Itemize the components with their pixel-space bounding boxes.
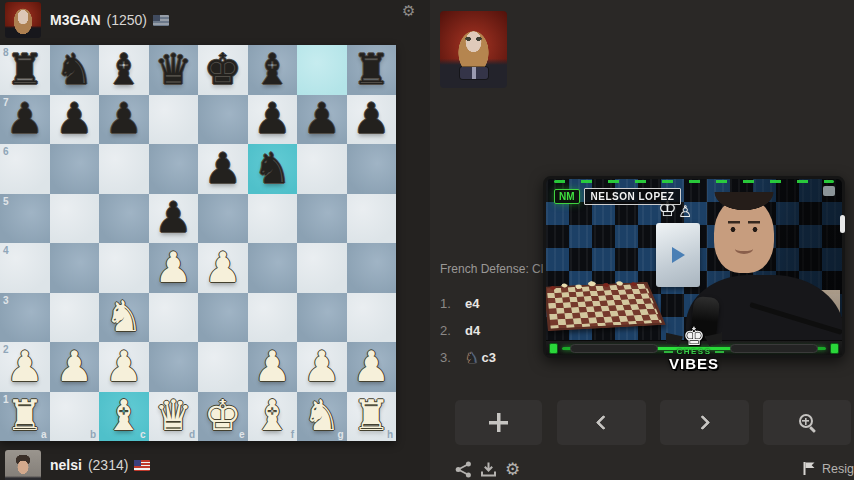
square-e5[interactable]	[198, 194, 248, 244]
logo-chess-piece-icon: ♚	[683, 324, 705, 349]
smile	[735, 244, 753, 254]
streamer-face	[714, 197, 774, 273]
square-g6[interactable]	[297, 144, 347, 194]
coordinate-file-label: g	[337, 429, 343, 440]
move-row-1[interactable]: 1. e4	[440, 290, 550, 317]
move-list: 1. e4 2. d4 3. ♞ c3	[440, 290, 550, 371]
piece-white-pawn[interactable]: ♟	[50, 342, 100, 392]
logo-text-vibes: VIBES	[649, 356, 739, 372]
plus-button[interactable]	[455, 400, 542, 445]
magnifier-plus-icon	[799, 414, 816, 431]
move-white[interactable]: c3	[481, 350, 495, 365]
square-h4[interactable]	[347, 243, 397, 293]
piece-black-pawn[interactable]: ♟	[347, 95, 397, 145]
square-e4[interactable]: ♟	[198, 243, 248, 293]
square-g2[interactable]: ♟	[297, 342, 347, 392]
logo-wing-right	[705, 331, 722, 346]
resign-label: Resign	[822, 462, 854, 476]
square-e8[interactable]: ♚	[198, 45, 248, 95]
square-g4[interactable]	[297, 243, 347, 293]
piece-white-pawn[interactable]: ♟	[347, 342, 397, 392]
piece-black-pawn[interactable]: ♟	[248, 95, 298, 145]
piece-black-pawn[interactable]: ♟	[198, 144, 248, 194]
square-b3[interactable]	[50, 293, 100, 343]
square-e3[interactable]	[198, 293, 248, 343]
square-f8[interactable]: ♝	[248, 45, 298, 95]
coordinate-rank-label: 5	[3, 196, 9, 207]
square-c2[interactable]: ♟	[99, 342, 149, 392]
square-g1[interactable]: ♞g	[297, 392, 347, 442]
player-bar: nelsi (2314)	[0, 448, 430, 480]
piece-black-pawn[interactable]: ♟	[149, 194, 199, 244]
opponent-flag-icon	[153, 15, 169, 26]
piece-black-bishop[interactable]: ♝	[99, 45, 149, 95]
square-d6[interactable]	[149, 144, 199, 194]
coordinate-rank-label: 8	[3, 47, 9, 58]
square-c1[interactable]: ♝c	[99, 392, 149, 442]
square-c6[interactable]	[99, 144, 149, 194]
square-c5[interactable]	[99, 194, 149, 244]
square-a4[interactable]: 4	[0, 243, 50, 293]
opponent-name[interactable]: M3GAN (1250)	[50, 12, 169, 28]
piece-white-pawn[interactable]: ♟	[297, 342, 347, 392]
piece-black-pawn[interactable]: ♟	[99, 95, 149, 145]
piece-white-bishop[interactable]: ♝	[248, 392, 298, 442]
download-button[interactable]	[480, 461, 497, 480]
player-username: nelsi	[50, 457, 82, 473]
chess-vibes-logo: ♚ CHESS VIBES	[649, 322, 739, 372]
streamer-webcam: NM NELSON LOPEZ ♚ CHESS VIBES	[543, 176, 845, 358]
square-e2[interactable]	[198, 342, 248, 392]
piece-black-queen[interactable]: ♛	[149, 45, 199, 95]
piece-white-pawn[interactable]: ♟	[248, 342, 298, 392]
square-a8[interactable]: ♜8	[0, 45, 50, 95]
back-button[interactable]	[557, 400, 646, 445]
zoom-button[interactable]	[763, 400, 851, 445]
square-e6[interactable]: ♟	[198, 144, 248, 194]
piece-white-knight[interactable]: ♞	[99, 293, 149, 343]
square-h6[interactable]	[347, 144, 397, 194]
move-number: 3.	[440, 350, 465, 365]
share-icon	[455, 461, 472, 478]
resign-flag-icon	[802, 461, 816, 476]
coordinate-file-label: h	[387, 429, 393, 440]
move-row-3[interactable]: 3. ♞ c3	[440, 344, 550, 371]
youtube-play-button-plaque	[656, 223, 700, 287]
coordinate-file-label: f	[291, 429, 294, 440]
opponent-bar: M3GAN (1250)	[0, 0, 430, 40]
move-number: 2.	[440, 323, 465, 338]
square-f1[interactable]: ♝f	[248, 392, 298, 442]
player-name[interactable]: nelsi (2314)	[50, 457, 150, 473]
opponent-avatar[interactable]	[5, 2, 41, 38]
square-a3[interactable]: 3	[0, 293, 50, 343]
coordinate-file-label: a	[41, 429, 47, 440]
frame-highlight	[840, 215, 845, 233]
move-white[interactable]: e4	[465, 296, 479, 311]
resign-button[interactable]: Resign	[802, 461, 854, 476]
camera-corner-icon	[823, 186, 835, 196]
piece-black-pawn[interactable]: ♟	[50, 95, 100, 145]
square-c3[interactable]: ♞	[99, 293, 149, 343]
square-f2[interactable]: ♟	[248, 342, 298, 392]
square-f5[interactable]	[248, 194, 298, 244]
coordinate-rank-label: 4	[3, 245, 9, 256]
piece-white-pawn[interactable]: ♟	[198, 243, 248, 293]
square-b2[interactable]: ♟	[50, 342, 100, 392]
coordinate-rank-label: 2	[3, 344, 9, 355]
piece-black-rook[interactable]: ♜	[347, 45, 397, 95]
opening-name: French Defense: Cla	[440, 262, 544, 276]
knight-figurine-icon: ♞	[465, 349, 478, 367]
piece-black-pawn[interactable]: ♟	[297, 95, 347, 145]
piece-black-king[interactable]: ♚	[198, 45, 248, 95]
eyebrows	[726, 221, 762, 224]
square-f3[interactable]	[248, 293, 298, 343]
square-h1[interactable]: ♜h	[347, 392, 397, 442]
square-d2[interactable]	[149, 342, 199, 392]
eyes	[726, 227, 762, 232]
piece-black-bishop[interactable]: ♝	[248, 45, 298, 95]
nameplate-left	[570, 344, 658, 353]
opponent-username: M3GAN	[50, 12, 101, 28]
opponent-avatar-large[interactable]	[440, 11, 507, 88]
square-e7[interactable]	[198, 95, 248, 145]
square-h2[interactable]: ♟	[347, 342, 397, 392]
app-window: M3GAN (1250) ⚙ ♜8♞♝♛♚♝♜♟7♟♟♟♟♟6♟♞5♟4♟♟3♞…	[0, 0, 854, 480]
forward-button[interactable]	[660, 400, 749, 445]
square-b5[interactable]	[50, 194, 100, 244]
avatar-bow-decoration	[460, 67, 488, 79]
coordinate-file-label: e	[239, 429, 245, 440]
coordinate-rank-label: 3	[3, 295, 9, 306]
piece-white-pawn[interactable]: ♟	[149, 243, 199, 293]
piece-black-knight[interactable]: ♞	[248, 144, 298, 194]
square-g8[interactable]	[297, 45, 347, 95]
square-g3[interactable]	[297, 293, 347, 343]
green-indicator-right	[830, 343, 839, 354]
square-b7[interactable]: ♟	[50, 95, 100, 145]
square-d8[interactable]: ♛	[149, 45, 199, 95]
square-b1[interactable]: b	[50, 392, 100, 442]
move-number: 1.	[440, 296, 465, 311]
piece-black-knight[interactable]: ♞	[50, 45, 100, 95]
coordinate-file-label: b	[90, 429, 96, 440]
piece-white-pawn[interactable]: ♟	[99, 342, 149, 392]
coordinate-rank-label: 1	[3, 394, 9, 405]
square-c7[interactable]: ♟	[99, 95, 149, 145]
player-avatar[interactable]	[5, 450, 41, 480]
square-h5[interactable]	[347, 194, 397, 244]
chess-board: ♜8♞♝♛♚♝♜♟7♟♟♟♟♟6♟♞5♟4♟♟3♞♟2♟♟♟♟♟♜1ab♝c♛d…	[0, 45, 396, 441]
square-h8[interactable]: ♜	[347, 45, 397, 95]
plus-icon	[489, 413, 508, 432]
square-d7[interactable]	[149, 95, 199, 145]
square-h7[interactable]: ♟	[347, 95, 397, 145]
streamer-namebar: NM NELSON LOPEZ	[554, 188, 681, 205]
square-f6[interactable]: ♞	[248, 144, 298, 194]
move-row-2[interactable]: 2. d4	[440, 317, 550, 344]
square-a7[interactable]: ♟7	[0, 95, 50, 145]
streamer-name-label: NELSON LOPEZ	[584, 188, 682, 205]
player-flag-icon	[134, 460, 150, 471]
square-b4[interactable]	[50, 243, 100, 293]
chevron-left-icon	[596, 415, 612, 431]
square-g7[interactable]: ♟	[297, 95, 347, 145]
chevron-right-icon	[695, 415, 711, 431]
square-d1[interactable]: ♛d	[149, 392, 199, 442]
move-white[interactable]: d4	[465, 323, 480, 338]
overlay-green-dashes	[554, 180, 834, 183]
download-icon	[480, 461, 497, 478]
nameplate-right	[730, 344, 818, 353]
square-b8[interactable]: ♞	[50, 45, 100, 95]
square-d5[interactable]: ♟	[149, 194, 199, 244]
square-a6[interactable]: 6	[0, 144, 50, 194]
square-f7[interactable]: ♟	[248, 95, 298, 145]
green-indicator-left	[549, 343, 558, 354]
settings-gear-icon[interactable]: ⚙	[505, 461, 520, 478]
square-d3[interactable]	[149, 293, 199, 343]
logo-wing-left	[666, 331, 683, 346]
nm-title-badge: NM	[554, 189, 580, 204]
square-c4[interactable]	[99, 243, 149, 293]
square-h3[interactable]	[347, 293, 397, 343]
physical-chessboard	[546, 282, 666, 331]
square-f4[interactable]	[248, 243, 298, 293]
coordinate-file-label: c	[140, 429, 146, 440]
square-a1[interactable]: ♜1a	[0, 392, 50, 442]
share-button[interactable]	[455, 461, 472, 480]
square-e1[interactable]: ♚e	[198, 392, 248, 442]
coordinate-file-label: d	[189, 429, 195, 440]
coordinate-rank-label: 7	[3, 97, 9, 108]
square-a2[interactable]: ♟2	[0, 342, 50, 392]
square-g5[interactable]	[297, 194, 347, 244]
board-settings-gear-icon[interactable]: ⚙	[402, 2, 415, 20]
square-a5[interactable]: 5	[0, 194, 50, 244]
square-c8[interactable]: ♝	[99, 45, 149, 95]
player-rating: (2314)	[88, 457, 128, 473]
opponent-rating: (1250)	[107, 12, 147, 28]
square-b6[interactable]	[50, 144, 100, 194]
square-d4[interactable]: ♟	[149, 243, 199, 293]
coordinate-rank-label: 6	[3, 146, 9, 157]
